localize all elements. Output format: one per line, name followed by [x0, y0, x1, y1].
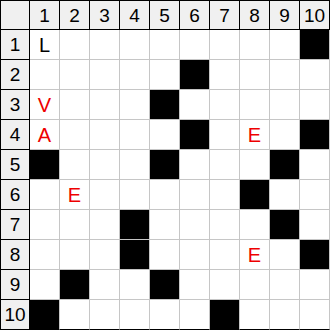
cell-r7-c4: [120, 210, 150, 240]
cell-r6-c8: [240, 180, 270, 210]
row-header-10: 10: [0, 300, 30, 330]
cell-r2-c2[interactable]: [60, 60, 90, 90]
row-header-3: 3: [0, 90, 30, 120]
cell-r4-c6: [180, 120, 210, 150]
cell-r10-c10[interactable]: [300, 300, 330, 330]
cell-r10-c9[interactable]: [270, 300, 300, 330]
row-header-1: 1: [0, 30, 30, 60]
cell-r9-c9[interactable]: [270, 270, 300, 300]
cell-r8-c3[interactable]: [90, 240, 120, 270]
cell-r10-c5[interactable]: [150, 300, 180, 330]
cell-r6-c5[interactable]: [150, 180, 180, 210]
cell-r2-c5[interactable]: [150, 60, 180, 90]
cell-r3-c10[interactable]: [300, 90, 330, 120]
cell-r1-c10: [300, 30, 330, 60]
cell-r10-c2[interactable]: [60, 300, 90, 330]
cell-r8-c7[interactable]: [210, 240, 240, 270]
cell-r10-c4[interactable]: [120, 300, 150, 330]
cell-r9-c7[interactable]: [210, 270, 240, 300]
cell-r3-c4[interactable]: [120, 90, 150, 120]
col-header-4: 4: [120, 0, 150, 30]
cell-r9-c10[interactable]: [300, 270, 330, 300]
cell-r3-c5: [150, 90, 180, 120]
col-header-2: 2: [60, 0, 90, 30]
cell-r2-c3[interactable]: [90, 60, 120, 90]
cell-r2-c8[interactable]: [240, 60, 270, 90]
cell-r1-c7[interactable]: [210, 30, 240, 60]
col-header-1: 1: [30, 0, 60, 30]
cell-r3-c8[interactable]: [240, 90, 270, 120]
row-header-4: 4: [0, 120, 30, 150]
cell-r2-c1[interactable]: [30, 60, 60, 90]
cell-r8-c10: [300, 240, 330, 270]
cell-r7-c8[interactable]: [240, 210, 270, 240]
cell-r2-c9[interactable]: [270, 60, 300, 90]
cell-r10-c7: [210, 300, 240, 330]
cell-r8-c9[interactable]: [270, 240, 300, 270]
cell-r6-c9[interactable]: [270, 180, 300, 210]
row-header-9: 9: [0, 270, 30, 300]
cell-r5-c6[interactable]: [180, 150, 210, 180]
cell-r2-c4[interactable]: [120, 60, 150, 90]
cell-r8-c6[interactable]: [180, 240, 210, 270]
cell-r5-c7[interactable]: [210, 150, 240, 180]
cell-r10-c3[interactable]: [90, 300, 120, 330]
cell-r10-c8[interactable]: [240, 300, 270, 330]
cell-r9-c3[interactable]: [90, 270, 120, 300]
cell-r1-c9[interactable]: [270, 30, 300, 60]
cell-r8-c4: [120, 240, 150, 270]
col-header-6: 6: [180, 0, 210, 30]
col-header-10: 10: [300, 0, 330, 30]
cell-r5-c9: [270, 150, 300, 180]
cell-r3-c6[interactable]: [180, 90, 210, 120]
cell-r5-c4[interactable]: [120, 150, 150, 180]
cell-r6-c6[interactable]: [180, 180, 210, 210]
row-header-7: 7: [0, 210, 30, 240]
row-header-5: 5: [0, 150, 30, 180]
cell-r3-c7[interactable]: [210, 90, 240, 120]
puzzle-grid: 123456789101L23V4AE56E78E910: [0, 0, 330, 330]
cell-r9-c1[interactable]: [30, 270, 60, 300]
cell-r4-c4[interactable]: [120, 120, 150, 150]
cell-r3-c3[interactable]: [90, 90, 120, 120]
cell-r4-c2[interactable]: [60, 120, 90, 150]
cell-r9-c5: [150, 270, 180, 300]
cell-r7-c5[interactable]: [150, 210, 180, 240]
cell-r3-c1[interactable]: V: [30, 90, 60, 120]
cell-r4-c9[interactable]: [270, 120, 300, 150]
cell-r6-c4[interactable]: [120, 180, 150, 210]
col-header-7: 7: [210, 0, 240, 30]
cell-r10-c6[interactable]: [180, 300, 210, 330]
cell-r9-c4[interactable]: [120, 270, 150, 300]
row-header-6: 6: [0, 180, 30, 210]
cell-r2-c6: [180, 60, 210, 90]
cell-r8-c2[interactable]: [60, 240, 90, 270]
cell-r3-c9[interactable]: [270, 90, 300, 120]
cell-r7-c6[interactable]: [180, 210, 210, 240]
cell-r4-c3[interactable]: [90, 120, 120, 150]
cell-r2-c10[interactable]: [300, 60, 330, 90]
cell-r5-c2[interactable]: [60, 150, 90, 180]
cell-r5-c8[interactable]: [240, 150, 270, 180]
cell-r7-c3[interactable]: [90, 210, 120, 240]
col-header-9: 9: [270, 0, 300, 30]
cell-r5-c1: [30, 150, 60, 180]
cell-r9-c2: [60, 270, 90, 300]
cell-r1-c5[interactable]: [150, 30, 180, 60]
cell-r7-c7[interactable]: [210, 210, 240, 240]
puzzle-board: 123456789101L23V4AE56E78E910: [0, 0, 330, 330]
cell-r2-c7[interactable]: [210, 60, 240, 90]
cell-r1-c4[interactable]: [120, 30, 150, 60]
cell-r10-c1: [30, 300, 60, 330]
row-header-2: 2: [0, 60, 30, 90]
cell-r4-c8[interactable]: E: [240, 120, 270, 150]
cell-r4-c5[interactable]: [150, 120, 180, 150]
cell-r4-c7[interactable]: [210, 120, 240, 150]
cell-r6-c10[interactable]: [300, 180, 330, 210]
cell-r4-c1[interactable]: A: [30, 120, 60, 150]
cell-r1-c6[interactable]: [180, 30, 210, 60]
cell-r5-c5: [150, 150, 180, 180]
cell-r7-c9: [270, 210, 300, 240]
cell-r7-c10[interactable]: [300, 210, 330, 240]
cell-r9-c6[interactable]: [180, 270, 210, 300]
cell-r3-c2[interactable]: [60, 90, 90, 120]
col-header-8: 8: [240, 0, 270, 30]
cell-r1-c1[interactable]: L: [30, 30, 60, 60]
cell-r5-c10[interactable]: [300, 150, 330, 180]
cell-r6-c2[interactable]: E: [60, 180, 90, 210]
cell-r8-c5[interactable]: [150, 240, 180, 270]
cell-r5-c3[interactable]: [90, 150, 120, 180]
cell-r1-c8[interactable]: [240, 30, 270, 60]
cell-r6-c7[interactable]: [210, 180, 240, 210]
corner-cell: [0, 0, 30, 30]
cell-r8-c1[interactable]: [30, 240, 60, 270]
col-header-5: 5: [150, 0, 180, 30]
cell-r6-c3[interactable]: [90, 180, 120, 210]
col-header-3: 3: [90, 0, 120, 30]
cell-r6-c1[interactable]: [30, 180, 60, 210]
cell-r1-c3[interactable]: [90, 30, 120, 60]
cell-r7-c2[interactable]: [60, 210, 90, 240]
cell-r7-c1[interactable]: [30, 210, 60, 240]
cell-r9-c8[interactable]: [240, 270, 270, 300]
cell-r8-c8[interactable]: E: [240, 240, 270, 270]
cell-r1-c2[interactable]: [60, 30, 90, 60]
cell-r4-c10: [300, 120, 330, 150]
row-header-8: 8: [0, 240, 30, 270]
